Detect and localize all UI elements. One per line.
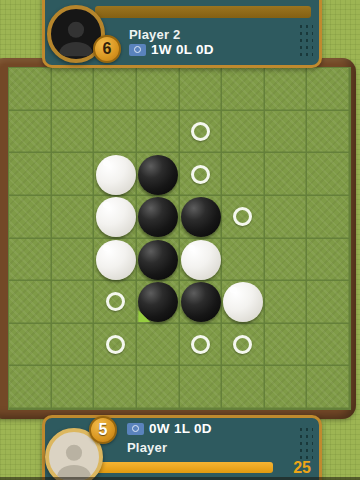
- cell-b7[interactable]: [52, 324, 95, 367]
- cell-d8[interactable]: [137, 366, 180, 409]
- cell-g6[interactable]: [265, 281, 308, 324]
- legal-move-hint[interactable]: [191, 122, 210, 141]
- board: [8, 67, 351, 410]
- cell-e8[interactable]: [180, 366, 223, 409]
- cell-d2[interactable]: [137, 111, 180, 154]
- legal-move-hint[interactable]: [191, 165, 210, 184]
- white-disc: [181, 240, 221, 280]
- cell-g3[interactable]: [265, 153, 308, 196]
- cell-a1[interactable]: [9, 68, 52, 111]
- cell-a8[interactable]: [9, 366, 52, 409]
- cell-f4[interactable]: [222, 196, 265, 239]
- cell-h3[interactable]: [307, 153, 350, 196]
- panel-dots-texture: [298, 23, 313, 59]
- cell-c8[interactable]: [94, 366, 137, 409]
- cell-d3[interactable]: [137, 153, 180, 196]
- cell-g1[interactable]: [265, 68, 308, 111]
- cell-f7[interactable]: [222, 324, 265, 367]
- legal-move-hint[interactable]: [106, 292, 125, 311]
- cell-f6[interactable]: [222, 281, 265, 324]
- legal-move-hint[interactable]: [106, 335, 125, 354]
- cell-c7[interactable]: [94, 324, 137, 367]
- cell-a6[interactable]: [9, 281, 52, 324]
- un-flag-icon: [127, 423, 144, 435]
- cell-f8[interactable]: [222, 366, 265, 409]
- cell-e6[interactable]: [180, 281, 223, 324]
- cell-f5[interactable]: [222, 239, 265, 282]
- cell-f1[interactable]: [222, 68, 265, 111]
- cell-e2[interactable]: [180, 111, 223, 154]
- cell-g5[interactable]: [265, 239, 308, 282]
- white-disc: [223, 282, 263, 322]
- cell-d1[interactable]: [137, 68, 180, 111]
- cell-f2[interactable]: [222, 111, 265, 154]
- black-disc: [138, 240, 178, 280]
- cell-b1[interactable]: [52, 68, 95, 111]
- black-disc: [138, 197, 178, 237]
- cell-c4[interactable]: [94, 196, 137, 239]
- cell-a7[interactable]: [9, 324, 52, 367]
- black-disc: [138, 155, 178, 195]
- bottom-player-record: 0W 1L 0D: [149, 421, 212, 436]
- cell-c5[interactable]: [94, 239, 137, 282]
- top-player-name: Player 2: [129, 27, 180, 42]
- cell-g7[interactable]: [265, 324, 308, 367]
- cell-c6[interactable]: [94, 281, 137, 324]
- person-icon: [54, 16, 98, 60]
- bottom-timer-bar: [92, 462, 273, 473]
- cell-g8[interactable]: [265, 366, 308, 409]
- cell-f3[interactable]: [222, 153, 265, 196]
- cell-h7[interactable]: [307, 324, 350, 367]
- person-icon: [52, 439, 96, 480]
- cell-h5[interactable]: [307, 239, 350, 282]
- cell-e3[interactable]: [180, 153, 223, 196]
- legal-move-hint[interactable]: [233, 207, 252, 226]
- cell-c2[interactable]: [94, 111, 137, 154]
- top-player-record-row: 1W 0L 0D: [129, 42, 214, 57]
- cell-e5[interactable]: [180, 239, 223, 282]
- top-timer-bar: [95, 6, 311, 18]
- top-player-disc-count: 6: [93, 35, 121, 63]
- cell-h1[interactable]: [307, 68, 350, 111]
- game-screen: 6 Player 2 1W 0L 0D 25 5 0W 1L 0D Player: [0, 0, 360, 480]
- cell-h4[interactable]: [307, 196, 350, 239]
- cell-e7[interactable]: [180, 324, 223, 367]
- white-disc: [96, 240, 136, 280]
- un-flag-icon: [129, 44, 146, 56]
- top-player-panel: 6 Player 2 1W 0L 0D: [42, 0, 322, 68]
- bottom-player-panel: 25 5 0W 1L 0D Player: [42, 415, 322, 480]
- cell-h2[interactable]: [307, 111, 350, 154]
- cell-d5[interactable]: [137, 239, 180, 282]
- cell-a2[interactable]: [9, 111, 52, 154]
- cell-e1[interactable]: [180, 68, 223, 111]
- cell-d7[interactable]: [137, 324, 180, 367]
- cell-b4[interactable]: [52, 196, 95, 239]
- legal-move-hint[interactable]: [233, 335, 252, 354]
- cell-h6[interactable]: [307, 281, 350, 324]
- bottom-player-name: Player: [127, 440, 167, 455]
- cell-a3[interactable]: [9, 153, 52, 196]
- black-disc: [181, 197, 221, 237]
- cell-g2[interactable]: [265, 111, 308, 154]
- bottom-player-record-row: 0W 1L 0D: [127, 421, 212, 436]
- cell-c3[interactable]: [94, 153, 137, 196]
- bottom-player-disc-count: 5: [89, 416, 117, 444]
- cell-c1[interactable]: [94, 68, 137, 111]
- white-disc: [96, 155, 136, 195]
- top-player-record: 1W 0L 0D: [151, 42, 214, 57]
- black-disc: [181, 282, 221, 322]
- cell-b3[interactable]: [52, 153, 95, 196]
- white-disc: [96, 197, 136, 237]
- cell-b6[interactable]: [52, 281, 95, 324]
- cell-b8[interactable]: [52, 366, 95, 409]
- cell-d4[interactable]: [137, 196, 180, 239]
- cell-h8[interactable]: [307, 366, 350, 409]
- legal-move-hint[interactable]: [191, 335, 210, 354]
- cell-b2[interactable]: [52, 111, 95, 154]
- cell-b5[interactable]: [52, 239, 95, 282]
- cell-d6[interactable]: [137, 281, 180, 324]
- cell-e4[interactable]: [180, 196, 223, 239]
- panel-dots-texture: [298, 426, 313, 462]
- cell-a4[interactable]: [9, 196, 52, 239]
- cell-a5[interactable]: [9, 239, 52, 282]
- cell-g4[interactable]: [265, 196, 308, 239]
